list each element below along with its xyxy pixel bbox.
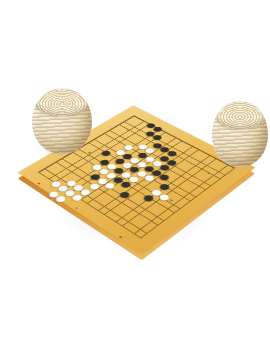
star-point — [119, 236, 122, 238]
star-point — [127, 129, 130, 131]
star-point — [74, 207, 77, 209]
black-stone: ● — [121, 152, 136, 161]
white-stone: ● — [55, 183, 71, 193]
star-point — [207, 172, 210, 174]
black-stone: ● — [158, 145, 173, 154]
black-stone: ● — [165, 158, 180, 167]
star-point — [37, 183, 40, 185]
white-stone: ● — [143, 146, 158, 155]
white-stone: ● — [126, 174, 141, 184]
stone-bowl-left — [32, 88, 92, 154]
white-stone: ● — [87, 181, 103, 191]
white-stone: ● — [134, 169, 149, 179]
bowl-lid — [35, 89, 89, 117]
white-stone: ● — [128, 156, 143, 165]
white-stone: ● — [78, 187, 94, 197]
white-stone: ● — [71, 182, 87, 192]
black-stone: ● — [99, 149, 114, 158]
white-stone: ● — [121, 143, 136, 152]
black-stone: ● — [157, 182, 173, 192]
white-stone: ● — [97, 167, 112, 176]
white-stone: ● — [48, 179, 64, 189]
white-stone: ● — [105, 162, 120, 171]
white-stone: ● — [142, 173, 157, 183]
white-stone: ● — [95, 176, 111, 186]
white-stone: ● — [90, 162, 105, 171]
white-stone: ● — [120, 161, 135, 170]
black-stone: ● — [151, 125, 165, 133]
black-stone: ● — [142, 164, 157, 173]
black-stone: ● — [151, 133, 165, 141]
black-stone: ● — [150, 168, 165, 177]
white-stone: ● — [104, 171, 119, 181]
black-stone: ● — [157, 163, 172, 172]
black-stone: ● — [88, 172, 103, 182]
white-stone: ● — [136, 142, 151, 151]
white-stone: ● — [69, 192, 85, 202]
black-stone: ● — [141, 193, 157, 203]
black-stone: ● — [98, 157, 113, 166]
black-stone: ● — [136, 151, 151, 160]
black-stone: ● — [158, 154, 173, 163]
black-stone: ● — [111, 175, 126, 185]
stone-bowl-right — [212, 101, 268, 167]
black-stone: ● — [157, 172, 172, 182]
white-stone: ● — [114, 148, 129, 157]
white-stone: ● — [135, 160, 150, 169]
star-point — [169, 199, 172, 201]
white-stone: ● — [64, 178, 80, 188]
black-stone: ● — [117, 189, 133, 199]
white-stone: ● — [150, 159, 165, 168]
white-stone: ● — [62, 188, 78, 198]
black-stone: ● — [165, 149, 180, 158]
white-stone: ● — [143, 155, 158, 164]
go-set-product-photo: ●●●●●●●●●●●●●●●●●●●●●●●●●●●●●●●●●●●●●●●●… — [0, 0, 270, 360]
white-stone: ● — [103, 180, 119, 190]
black-stone: ● — [144, 121, 158, 129]
black-stone: ● — [127, 165, 142, 174]
black-stone: ● — [144, 129, 158, 137]
black-stone: ● — [118, 179, 134, 189]
white-stone: ● — [119, 170, 134, 180]
black-stone: ● — [112, 166, 127, 175]
black-stone: ● — [113, 157, 128, 166]
white-stone: ● — [149, 187, 165, 197]
black-stone: ● — [151, 141, 165, 150]
